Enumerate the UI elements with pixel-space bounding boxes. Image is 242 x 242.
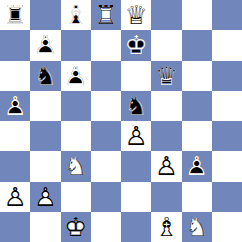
square-b1[interactable]	[30, 212, 60, 242]
square-a1[interactable]	[0, 212, 30, 242]
square-h8[interactable]	[212, 0, 242, 30]
black-rook-icon[interactable]: ♜♖	[0, 0, 30, 30]
black-rook-icon-outline: ♖	[0, 0, 30, 30]
square-f7[interactable]	[151, 30, 181, 60]
square-g5[interactable]	[182, 91, 212, 121]
square-g3[interactable]: ♟♙	[182, 151, 212, 181]
square-c7[interactable]	[61, 30, 91, 60]
square-h6[interactable]	[212, 61, 242, 91]
square-h4[interactable]	[212, 121, 242, 151]
square-a7[interactable]	[0, 30, 30, 60]
white-pawn-icon-outline: ♙	[30, 182, 60, 212]
black-knight-icon-outline: ♘	[121, 91, 151, 121]
square-g8[interactable]	[182, 0, 212, 30]
white-bishop-icon[interactable]: ♝♗	[151, 212, 181, 242]
black-pawn-icon[interactable]: ♟♙	[61, 61, 91, 91]
square-d1[interactable]	[91, 212, 121, 242]
square-b8[interactable]	[30, 0, 60, 30]
square-d6[interactable]	[91, 61, 121, 91]
chess-board: ♜♖♝♗♜♖♛♕♟♙♚♔♞♘♟♙♛♕♟♙♞♘♟♙♞♘♟♙♟♙♟♙♟♙♚♔♝♗♞♘	[0, 0, 242, 242]
square-e6[interactable]	[121, 61, 151, 91]
white-queen-icon[interactable]: ♛♕	[121, 0, 151, 30]
square-c5[interactable]	[61, 91, 91, 121]
black-pawn-icon-outline: ♙	[61, 61, 91, 91]
square-c1[interactable]: ♚♔	[61, 212, 91, 242]
white-knight-icon[interactable]: ♞♘	[61, 151, 91, 181]
square-f3[interactable]: ♟♙	[151, 151, 181, 181]
square-f4[interactable]	[151, 121, 181, 151]
black-pawn-icon[interactable]: ♟♙	[0, 91, 30, 121]
square-h5[interactable]	[212, 91, 242, 121]
square-f6[interactable]: ♛♕	[151, 61, 181, 91]
square-a5[interactable]: ♟♙	[0, 91, 30, 121]
white-rook-icon[interactable]: ♜♖	[91, 0, 121, 30]
black-pawn-icon-outline: ♙	[0, 91, 30, 121]
white-pawn-icon[interactable]: ♟♙	[0, 182, 30, 212]
square-d3[interactable]	[91, 151, 121, 181]
square-b6[interactable]: ♞♘	[30, 61, 60, 91]
square-e5[interactable]: ♞♘	[121, 91, 151, 121]
black-pawn-icon-outline: ♙	[182, 151, 212, 181]
white-pawn-icon-outline: ♙	[121, 121, 151, 151]
square-b7[interactable]: ♟♙	[30, 30, 60, 60]
square-e4[interactable]: ♟♙	[121, 121, 151, 151]
square-e7[interactable]: ♚♔	[121, 30, 151, 60]
square-a6[interactable]	[0, 61, 30, 91]
black-pawn-icon[interactable]: ♟♙	[182, 151, 212, 181]
white-pawn-icon[interactable]: ♟♙	[30, 182, 60, 212]
square-e1[interactable]	[121, 212, 151, 242]
black-pawn-icon[interactable]: ♟♙	[30, 30, 60, 60]
square-a4[interactable]	[0, 121, 30, 151]
square-c8[interactable]: ♝♗	[61, 0, 91, 30]
black-bishop-icon-outline: ♗	[61, 0, 91, 30]
square-b5[interactable]	[30, 91, 60, 121]
square-c6[interactable]: ♟♙	[61, 61, 91, 91]
black-pawn-icon-outline: ♙	[30, 30, 60, 60]
white-bishop-icon-outline: ♗	[151, 212, 181, 242]
square-d7[interactable]	[91, 30, 121, 60]
square-e8[interactable]: ♛♕	[121, 0, 151, 30]
square-f5[interactable]	[151, 91, 181, 121]
square-h3[interactable]	[212, 151, 242, 181]
square-h2[interactable]	[212, 182, 242, 212]
square-d2[interactable]	[91, 182, 121, 212]
black-queen-icon[interactable]: ♛♕	[151, 61, 181, 91]
white-pawn-icon-outline: ♙	[0, 182, 30, 212]
black-bishop-icon[interactable]: ♝♗	[61, 0, 91, 30]
square-b3[interactable]	[30, 151, 60, 181]
square-g2[interactable]	[182, 182, 212, 212]
white-queen-icon-outline: ♕	[121, 0, 151, 30]
square-d5[interactable]	[91, 91, 121, 121]
white-pawn-icon[interactable]: ♟♙	[121, 121, 151, 151]
square-a2[interactable]: ♟♙	[0, 182, 30, 212]
white-knight-icon[interactable]: ♞♘	[182, 212, 212, 242]
black-king-icon-outline: ♔	[121, 30, 151, 60]
white-rook-icon-outline: ♖	[91, 0, 121, 30]
square-h1[interactable]	[212, 212, 242, 242]
square-d4[interactable]	[91, 121, 121, 151]
white-king-icon[interactable]: ♚♔	[61, 212, 91, 242]
square-a8[interactable]: ♜♖	[0, 0, 30, 30]
square-d8[interactable]: ♜♖	[91, 0, 121, 30]
black-knight-icon-outline: ♘	[30, 61, 60, 91]
square-g6[interactable]	[182, 61, 212, 91]
square-e2[interactable]	[121, 182, 151, 212]
square-c2[interactable]	[61, 182, 91, 212]
black-king-icon[interactable]: ♚♔	[121, 30, 151, 60]
black-knight-icon[interactable]: ♞♘	[121, 91, 151, 121]
white-knight-icon-outline: ♘	[182, 212, 212, 242]
square-f8[interactable]	[151, 0, 181, 30]
square-g7[interactable]	[182, 30, 212, 60]
square-h7[interactable]	[212, 30, 242, 60]
white-knight-icon-outline: ♘	[61, 151, 91, 181]
square-g4[interactable]	[182, 121, 212, 151]
black-queen-icon-outline: ♕	[151, 61, 181, 91]
square-c4[interactable]	[61, 121, 91, 151]
square-f1[interactable]: ♝♗	[151, 212, 181, 242]
white-pawn-icon-outline: ♙	[151, 151, 181, 181]
square-b2[interactable]: ♟♙	[30, 182, 60, 212]
black-knight-icon[interactable]: ♞♘	[30, 61, 60, 91]
white-pawn-icon[interactable]: ♟♙	[151, 151, 181, 181]
square-c3[interactable]: ♞♘	[61, 151, 91, 181]
square-b4[interactable]	[30, 121, 60, 151]
square-e3[interactable]	[121, 151, 151, 181]
white-king-icon-outline: ♔	[61, 212, 91, 242]
square-a3[interactable]	[0, 151, 30, 181]
square-g1[interactable]: ♞♘	[182, 212, 212, 242]
square-f2[interactable]	[151, 182, 181, 212]
